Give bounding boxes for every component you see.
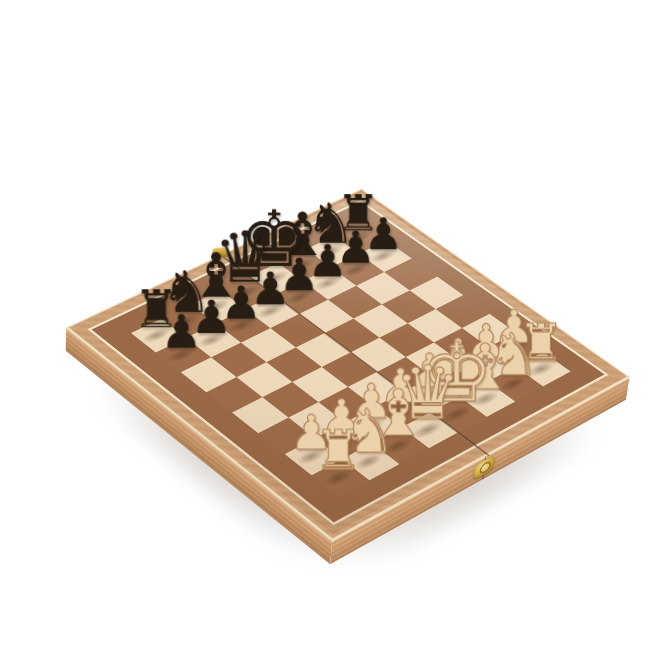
scene: ♜♞♝♛♚♝♞♜♟♟♟♟♟♟♟♟♟♟♟♟♟♟♟♟♜♞♝♛♚♝♞♜	[0, 0, 650, 650]
pawn-glyph: ♟	[130, 308, 231, 354]
rook-glyph: ♜	[285, 423, 390, 478]
product-photo-stage: ♜♞♝♛♚♝♞♜♟♟♟♟♟♟♟♟♟♟♟♟♟♟♟♟♜♞♝♛♚♝♞♜	[0, 0, 650, 650]
chess-set-box: ♜♞♝♛♚♝♞♜♟♟♟♟♟♟♟♟♟♟♟♟♟♟♟♟♜♞♝♛♚♝♞♜	[66, 188, 630, 540]
